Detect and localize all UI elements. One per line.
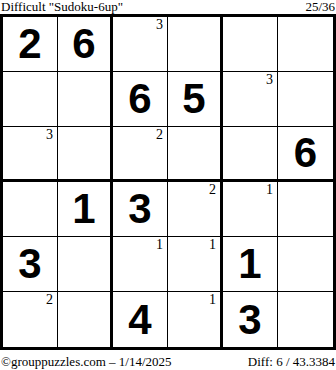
cell-r5c4[interactable]: 1 [168,237,223,292]
given-digit: 4 [128,299,151,341]
given-digit: 2 [18,23,41,65]
puzzle-counter: 25/36 [305,0,335,13]
cell-r2c6[interactable] [278,72,333,127]
cell-r1c3[interactable]: 3 [113,17,168,72]
cell-r1c6[interactable] [278,17,333,72]
cell-r1c1[interactable]: 2 [3,17,58,72]
cell-r4c2[interactable]: 1 [58,182,113,237]
header: Difficult "Sudoku-6up" 25/36 [1,0,335,13]
pencil-mark: 3 [156,18,163,32]
puzzle-page: Difficult "Sudoku-6up" 25/36 26365332613… [0,0,336,370]
copyright-text: ©grouppuzzles.com – 1/14/2025 [1,355,172,368]
given-digit: 6 [128,78,151,120]
cell-r1c5[interactable] [223,17,278,72]
cell-r3c2[interactable] [58,127,113,182]
given-digit: 3 [238,299,261,341]
cell-r6c3[interactable]: 4 [113,292,168,347]
cell-r4c3[interactable]: 3 [113,182,168,237]
pencil-mark: 1 [266,183,273,197]
given-digit: 1 [72,188,95,230]
cell-r2c2[interactable] [58,72,113,127]
pencil-mark: 2 [209,183,216,197]
cell-r5c3[interactable]: 1 [113,237,168,292]
sudoku-board: 263653326132131112413 [0,14,336,350]
pencil-mark: 1 [209,293,216,307]
given-digit: 5 [182,78,205,120]
cell-r5c6[interactable] [278,237,333,292]
cell-r3c1[interactable]: 3 [3,127,58,182]
cell-r5c1[interactable]: 3 [3,237,58,292]
pencil-mark: 2 [46,293,53,307]
pencil-mark: 1 [209,238,216,252]
cell-r1c2[interactable]: 6 [58,17,113,72]
cell-r6c5[interactable]: 3 [223,292,278,347]
given-digit: 3 [128,188,151,230]
cell-r5c5[interactable]: 1 [223,237,278,292]
cell-r6c4[interactable]: 1 [168,292,223,347]
pencil-mark: 2 [156,128,163,142]
page-title: Difficult "Sudoku-6up" [1,0,123,13]
cell-r4c1[interactable] [3,182,58,237]
cell-r3c3[interactable]: 2 [113,127,168,182]
pencil-mark: 3 [46,128,53,142]
cell-r6c2[interactable] [58,292,113,347]
cell-r2c4[interactable]: 5 [168,72,223,127]
given-digit: 6 [294,132,317,174]
pencil-mark: 3 [266,73,273,87]
cell-r2c3[interactable]: 6 [113,72,168,127]
given-digit: 6 [72,23,95,65]
cell-r5c2[interactable] [58,237,113,292]
cell-r4c6[interactable] [278,182,333,237]
cell-r4c5[interactable]: 1 [223,182,278,237]
cell-r3c6[interactable]: 6 [278,127,333,182]
cell-r6c1[interactable]: 2 [3,292,58,347]
cell-r2c5[interactable]: 3 [223,72,278,127]
cell-r2c1[interactable] [3,72,58,127]
pencil-mark: 1 [156,238,163,252]
cell-r3c4[interactable] [168,127,223,182]
cell-r3c5[interactable] [223,127,278,182]
cell-r6c6[interactable] [278,292,333,347]
given-digit: 3 [18,243,41,285]
cell-r1c4[interactable] [168,17,223,72]
footer: ©grouppuzzles.com – 1/14/2025 Diff: 6 / … [1,355,335,369]
given-digit: 1 [238,243,261,285]
difficulty-text: Diff: 6 / 43.3384 [248,355,335,368]
cell-r4c4[interactable]: 2 [168,182,223,237]
